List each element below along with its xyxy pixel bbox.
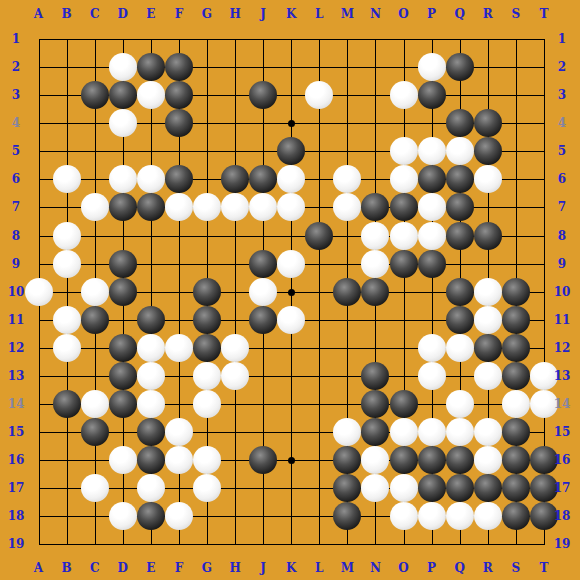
black-stone-P3 [418, 81, 446, 109]
white-stone-N16 [361, 446, 389, 474]
black-stone-S11 [502, 306, 530, 334]
row-label-left-2: 2 [12, 60, 20, 74]
black-stone-S18 [502, 502, 530, 530]
star-point-K16 [288, 457, 295, 464]
white-stone-J10 [249, 278, 277, 306]
black-stone-D7 [109, 193, 137, 221]
white-stone-K7 [277, 193, 305, 221]
col-label-bottom-E: E [146, 561, 155, 575]
col-label-bottom-J: J [260, 561, 266, 575]
grid-line-horizontal [39, 544, 545, 545]
black-stone-Q17 [446, 474, 474, 502]
white-stone-P8 [418, 222, 446, 250]
col-label-top-T: T [539, 7, 548, 21]
black-stone-Q10 [446, 278, 474, 306]
white-stone-K9 [277, 250, 305, 278]
white-stone-P12 [418, 334, 446, 362]
black-stone-R8 [474, 222, 502, 250]
white-stone-K6 [277, 165, 305, 193]
white-stone-F15 [165, 418, 193, 446]
row-label-left-8: 8 [12, 229, 20, 243]
white-stone-G14 [193, 390, 221, 418]
col-label-top-B: B [62, 7, 72, 21]
black-stone-E18 [137, 502, 165, 530]
col-label-bottom-P: P [427, 561, 436, 575]
black-stone-B14 [53, 390, 81, 418]
col-label-top-M: M [341, 7, 354, 21]
star-point-K4 [288, 120, 295, 127]
row-label-left-4: 4 [12, 116, 20, 130]
white-stone-R18 [474, 502, 502, 530]
row-label-right-4: 4 [558, 116, 566, 130]
black-stone-D3 [109, 81, 137, 109]
white-stone-G16 [193, 446, 221, 474]
row-label-left-10: 10 [8, 285, 25, 299]
row-label-left-11: 11 [8, 313, 25, 327]
black-stone-Q6 [446, 165, 474, 193]
col-label-top-J: J [260, 7, 266, 21]
black-stone-P16 [418, 446, 446, 474]
col-label-bottom-G: G [202, 561, 212, 575]
black-stone-R5 [474, 137, 502, 165]
black-stone-H6 [221, 165, 249, 193]
white-stone-B11 [53, 306, 81, 334]
white-stone-M6 [333, 165, 361, 193]
col-label-top-S: S [512, 7, 521, 21]
black-stone-O16 [390, 446, 418, 474]
star-point-K10 [288, 289, 295, 296]
white-stone-N17 [361, 474, 389, 502]
white-stone-P5 [418, 137, 446, 165]
col-label-top-Q: Q [454, 7, 464, 21]
row-label-left-6: 6 [12, 172, 20, 186]
row-label-right-10: 10 [554, 285, 571, 299]
col-label-bottom-K: K [286, 561, 296, 575]
row-label-right-19: 19 [554, 537, 571, 551]
row-label-right-16: 16 [554, 453, 571, 467]
black-stone-J3 [249, 81, 277, 109]
black-stone-N15 [361, 418, 389, 446]
row-label-right-13: 13 [554, 369, 571, 383]
black-stone-Q2 [446, 53, 474, 81]
row-label-left-9: 9 [12, 257, 20, 271]
black-stone-S10 [502, 278, 530, 306]
white-stone-H12 [221, 334, 249, 362]
black-stone-E15 [137, 418, 165, 446]
row-label-left-5: 5 [12, 144, 20, 158]
black-stone-Q11 [446, 306, 474, 334]
row-label-left-17: 17 [8, 481, 25, 495]
black-stone-N7 [361, 193, 389, 221]
black-stone-M17 [333, 474, 361, 502]
row-label-right-5: 5 [558, 144, 566, 158]
black-stone-C3 [81, 81, 109, 109]
white-stone-E6 [137, 165, 165, 193]
black-stone-M10 [333, 278, 361, 306]
white-stone-E17 [137, 474, 165, 502]
white-stone-O15 [390, 418, 418, 446]
white-stone-Q5 [446, 137, 474, 165]
col-label-top-R: R [483, 7, 493, 21]
black-stone-D14 [109, 390, 137, 418]
white-stone-P7 [418, 193, 446, 221]
black-stone-Q8 [446, 222, 474, 250]
white-stone-R11 [474, 306, 502, 334]
white-stone-H7 [221, 193, 249, 221]
black-stone-J11 [249, 306, 277, 334]
white-stone-C7 [81, 193, 109, 221]
col-label-top-K: K [286, 7, 296, 21]
black-stone-O7 [390, 193, 418, 221]
row-label-right-12: 12 [554, 341, 571, 355]
black-stone-N14 [361, 390, 389, 418]
col-label-top-A: A [34, 7, 43, 21]
white-stone-D16 [109, 446, 137, 474]
black-stone-D10 [109, 278, 137, 306]
row-label-left-13: 13 [8, 369, 25, 383]
row-label-right-8: 8 [558, 229, 566, 243]
white-stone-F18 [165, 502, 193, 530]
black-stone-F4 [165, 109, 193, 137]
white-stone-C10 [81, 278, 109, 306]
col-label-bottom-O: O [398, 561, 408, 575]
black-stone-D9 [109, 250, 137, 278]
col-label-bottom-N: N [370, 561, 381, 575]
white-stone-Q12 [446, 334, 474, 362]
black-stone-P6 [418, 165, 446, 193]
white-stone-Q14 [446, 390, 474, 418]
white-stone-L3 [305, 81, 333, 109]
white-stone-B6 [53, 165, 81, 193]
col-label-bottom-T: T [539, 561, 548, 575]
white-stone-P2 [418, 53, 446, 81]
white-stone-O8 [390, 222, 418, 250]
white-stone-G7 [193, 193, 221, 221]
row-label-left-7: 7 [12, 200, 20, 214]
grid-line-vertical [319, 39, 320, 545]
white-stone-P15 [418, 418, 446, 446]
col-label-bottom-S: S [512, 561, 521, 575]
black-stone-E16 [137, 446, 165, 474]
black-stone-J6 [249, 165, 277, 193]
col-label-bottom-A: A [34, 561, 43, 575]
row-label-right-17: 17 [554, 481, 571, 495]
white-stone-F7 [165, 193, 193, 221]
black-stone-E7 [137, 193, 165, 221]
black-stone-G11 [193, 306, 221, 334]
white-stone-E12 [137, 334, 165, 362]
white-stone-S14 [502, 390, 530, 418]
black-stone-C11 [81, 306, 109, 334]
white-stone-N9 [361, 250, 389, 278]
white-stone-P13 [418, 362, 446, 390]
black-stone-S17 [502, 474, 530, 502]
black-stone-P17 [418, 474, 446, 502]
row-label-left-3: 3 [12, 88, 20, 102]
row-label-left-15: 15 [8, 425, 25, 439]
white-stone-A10 [25, 278, 53, 306]
black-stone-F6 [165, 165, 193, 193]
row-label-left-18: 18 [8, 509, 25, 523]
white-stone-M7 [333, 193, 361, 221]
black-stone-J9 [249, 250, 277, 278]
row-label-right-11: 11 [554, 313, 571, 327]
black-stone-S16 [502, 446, 530, 474]
white-stone-C14 [81, 390, 109, 418]
row-label-left-19: 19 [8, 537, 25, 551]
black-stone-E2 [137, 53, 165, 81]
black-stone-R12 [474, 334, 502, 362]
col-label-top-L: L [315, 7, 323, 21]
row-label-left-16: 16 [8, 453, 25, 467]
col-label-bottom-Q: Q [454, 561, 464, 575]
white-stone-O6 [390, 165, 418, 193]
black-stone-M18 [333, 502, 361, 530]
col-label-bottom-M: M [341, 561, 354, 575]
white-stone-J7 [249, 193, 277, 221]
black-stone-R17 [474, 474, 502, 502]
black-stone-K5 [277, 137, 305, 165]
white-stone-R15 [474, 418, 502, 446]
row-label-right-15: 15 [554, 425, 571, 439]
black-stone-Q4 [446, 109, 474, 137]
white-stone-E13 [137, 362, 165, 390]
black-stone-D13 [109, 362, 137, 390]
row-label-right-1: 1 [558, 32, 566, 46]
black-stone-Q7 [446, 193, 474, 221]
row-label-right-3: 3 [558, 88, 566, 102]
white-stone-R16 [474, 446, 502, 474]
white-stone-Q15 [446, 418, 474, 446]
white-stone-B12 [53, 334, 81, 362]
white-stone-H13 [221, 362, 249, 390]
white-stone-O17 [390, 474, 418, 502]
row-label-right-7: 7 [558, 200, 566, 214]
black-stone-D12 [109, 334, 137, 362]
white-stone-M15 [333, 418, 361, 446]
white-stone-F16 [165, 446, 193, 474]
white-stone-Q18 [446, 502, 474, 530]
row-label-left-14: 14 [8, 397, 25, 411]
col-label-top-F: F [175, 7, 184, 21]
white-stone-N8 [361, 222, 389, 250]
col-label-bottom-H: H [229, 561, 240, 575]
white-stone-O5 [390, 137, 418, 165]
black-stone-O9 [390, 250, 418, 278]
col-label-top-D: D [118, 7, 128, 21]
black-stone-G12 [193, 334, 221, 362]
white-stone-R13 [474, 362, 502, 390]
black-stone-P9 [418, 250, 446, 278]
row-label-right-9: 9 [558, 257, 566, 271]
white-stone-G13 [193, 362, 221, 390]
white-stone-O3 [390, 81, 418, 109]
col-label-top-O: O [398, 7, 408, 21]
black-stone-N10 [361, 278, 389, 306]
col-label-top-P: P [427, 7, 436, 21]
black-stone-S12 [502, 334, 530, 362]
white-stone-B8 [53, 222, 81, 250]
white-stone-D18 [109, 502, 137, 530]
col-label-top-G: G [202, 7, 212, 21]
col-label-bottom-B: B [62, 561, 72, 575]
row-label-right-6: 6 [558, 172, 566, 186]
black-stone-R4 [474, 109, 502, 137]
col-label-bottom-L: L [315, 561, 323, 575]
white-stone-D6 [109, 165, 137, 193]
black-stone-N13 [361, 362, 389, 390]
col-label-top-N: N [370, 7, 381, 21]
black-stone-S13 [502, 362, 530, 390]
white-stone-D4 [109, 109, 137, 137]
black-stone-E11 [137, 306, 165, 334]
black-stone-F2 [165, 53, 193, 81]
col-label-top-E: E [146, 7, 155, 21]
white-stone-K11 [277, 306, 305, 334]
white-stone-O18 [390, 502, 418, 530]
col-label-bottom-D: D [118, 561, 128, 575]
white-stone-E14 [137, 390, 165, 418]
row-label-right-18: 18 [554, 509, 571, 523]
white-stone-B9 [53, 250, 81, 278]
white-stone-G17 [193, 474, 221, 502]
col-label-top-H: H [229, 7, 240, 21]
col-label-bottom-F: F [175, 561, 184, 575]
black-stone-O14 [390, 390, 418, 418]
black-stone-L8 [305, 222, 333, 250]
white-stone-E3 [137, 81, 165, 109]
black-stone-M16 [333, 446, 361, 474]
white-stone-D2 [109, 53, 137, 81]
black-stone-G10 [193, 278, 221, 306]
black-stone-C15 [81, 418, 109, 446]
row-label-right-2: 2 [558, 60, 566, 74]
col-label-bottom-C: C [90, 561, 100, 575]
black-stone-Q16 [446, 446, 474, 474]
white-stone-R10 [474, 278, 502, 306]
row-label-right-14: 14 [554, 397, 571, 411]
row-label-left-1: 1 [12, 32, 20, 46]
white-stone-F12 [165, 334, 193, 362]
black-stone-J16 [249, 446, 277, 474]
white-stone-P18 [418, 502, 446, 530]
col-label-bottom-R: R [483, 561, 493, 575]
black-stone-F3 [165, 81, 193, 109]
white-stone-C17 [81, 474, 109, 502]
row-label-left-12: 12 [8, 341, 25, 355]
black-stone-S15 [502, 418, 530, 446]
go-board[interactable]: AABBCCDDEEFFGGHHJJKKLLMMNNOOPPQQRRSSTT11… [0, 0, 580, 580]
col-label-top-C: C [90, 7, 100, 21]
white-stone-R6 [474, 165, 502, 193]
